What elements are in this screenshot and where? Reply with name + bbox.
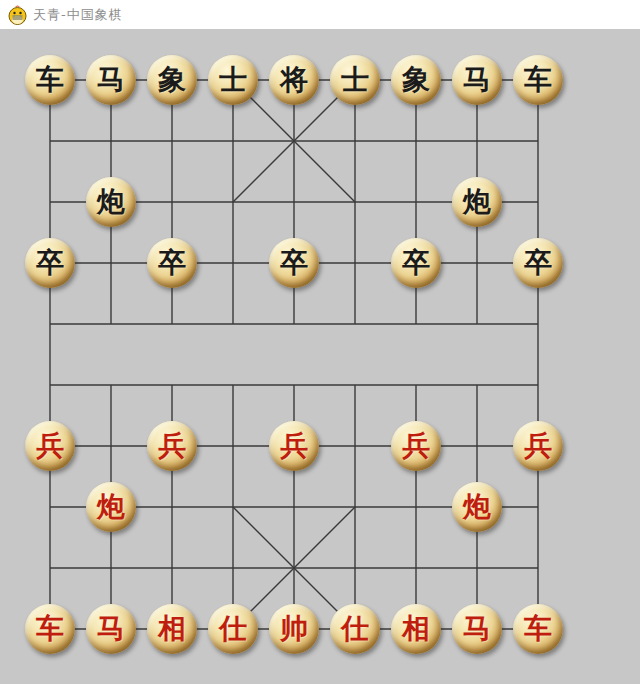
piece-red-horse[interactable]: 马 xyxy=(86,604,136,654)
piece-black-advisor[interactable]: 士 xyxy=(208,55,258,105)
piece-black-cannon[interactable]: 炮 xyxy=(86,177,136,227)
piece-black-horse[interactable]: 马 xyxy=(86,55,136,105)
piece-red-soldier[interactable]: 兵 xyxy=(25,421,75,471)
piece-black-cannon[interactable]: 炮 xyxy=(452,177,502,227)
piece-red-general[interactable]: 帅 xyxy=(269,604,319,654)
piece-red-advisor[interactable]: 仕 xyxy=(330,604,380,654)
piece-black-soldier[interactable]: 卒 xyxy=(269,238,319,288)
piece-red-soldier[interactable]: 兵 xyxy=(513,421,563,471)
piece-red-elephant[interactable]: 相 xyxy=(147,604,197,654)
piece-black-chariot[interactable]: 车 xyxy=(513,55,563,105)
app-title: 天青-中国象棋 xyxy=(33,6,123,24)
piece-black-horse[interactable]: 马 xyxy=(452,55,502,105)
piece-red-cannon[interactable]: 炮 xyxy=(86,482,136,532)
piece-black-advisor[interactable]: 士 xyxy=(330,55,380,105)
piece-black-elephant[interactable]: 象 xyxy=(147,55,197,105)
xiangqi-board[interactable]: 车马象士将士象马车炮炮卒卒卒卒卒兵兵兵兵兵炮炮车马相仕帅仕相马车 xyxy=(0,29,640,684)
piece-red-soldier[interactable]: 兵 xyxy=(147,421,197,471)
piece-black-general[interactable]: 将 xyxy=(269,55,319,105)
piece-black-soldier[interactable]: 卒 xyxy=(147,238,197,288)
piece-red-horse[interactable]: 马 xyxy=(452,604,502,654)
piece-red-advisor[interactable]: 仕 xyxy=(208,604,258,654)
piece-black-chariot[interactable]: 车 xyxy=(25,55,75,105)
app-mascot-icon xyxy=(8,5,27,25)
piece-red-chariot[interactable]: 车 xyxy=(513,604,563,654)
piece-black-soldier[interactable]: 卒 xyxy=(391,238,441,288)
piece-red-cannon[interactable]: 炮 xyxy=(452,482,502,532)
piece-red-soldier[interactable]: 兵 xyxy=(391,421,441,471)
title-bar: 天青-中国象棋 xyxy=(0,0,640,29)
piece-red-soldier[interactable]: 兵 xyxy=(269,421,319,471)
piece-black-soldier[interactable]: 卒 xyxy=(513,238,563,288)
board-grid-lines xyxy=(0,29,640,684)
piece-black-elephant[interactable]: 象 xyxy=(391,55,441,105)
piece-red-elephant[interactable]: 相 xyxy=(391,604,441,654)
piece-black-soldier[interactable]: 卒 xyxy=(25,238,75,288)
piece-red-chariot[interactable]: 车 xyxy=(25,604,75,654)
